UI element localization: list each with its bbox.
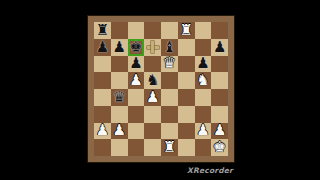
square-b6[interactable] xyxy=(111,56,128,73)
square-h5[interactable] xyxy=(211,72,228,89)
square-a6[interactable] xyxy=(94,56,111,73)
square-a2[interactable]: ♟ xyxy=(94,123,111,140)
screen-background: ♜♜♟♟♚♝♟♟♛♟♟♞♞♛♟♟♟♟♟♜♚ XRecorder xyxy=(0,0,320,180)
square-g1[interactable] xyxy=(195,139,212,156)
square-g4[interactable] xyxy=(195,89,212,106)
chess-board-frame: ♜♜♟♟♚♝♟♟♛♟♟♞♞♛♟♟♟♟♟♜♚ xyxy=(88,16,234,162)
piece-white-rook[interactable]: ♜ xyxy=(179,22,192,37)
square-g2[interactable]: ♟ xyxy=(195,123,212,140)
piece-white-rook[interactable]: ♜ xyxy=(163,140,176,155)
square-d4[interactable]: ♟ xyxy=(144,89,161,106)
square-f1[interactable] xyxy=(178,139,195,156)
square-e1[interactable]: ♜ xyxy=(161,139,178,156)
square-h6[interactable] xyxy=(211,56,228,73)
piece-white-king[interactable]: ♚ xyxy=(213,140,226,155)
square-h7[interactable]: ♟ xyxy=(211,39,228,56)
square-d3[interactable] xyxy=(144,106,161,123)
piece-white-pawn[interactable]: ♟ xyxy=(96,123,109,138)
square-f6[interactable] xyxy=(178,56,195,73)
square-g8[interactable] xyxy=(195,22,212,39)
piece-white-knight[interactable]: ♞ xyxy=(196,73,209,88)
square-e5[interactable] xyxy=(161,72,178,89)
piece-black-pawn[interactable]: ♟ xyxy=(196,56,209,71)
square-g5[interactable]: ♞ xyxy=(195,72,212,89)
square-a7[interactable]: ♟ xyxy=(94,39,111,56)
square-a1[interactable] xyxy=(94,139,111,156)
piece-black-pawn[interactable]: ♟ xyxy=(129,56,142,71)
square-b1[interactable] xyxy=(111,139,128,156)
square-f7[interactable] xyxy=(178,39,195,56)
square-b7[interactable]: ♟ xyxy=(111,39,128,56)
square-e4[interactable] xyxy=(161,89,178,106)
piece-white-pawn[interactable]: ♟ xyxy=(146,89,159,104)
square-h1[interactable]: ♚ xyxy=(211,139,228,156)
piece-black-pawn[interactable]: ♟ xyxy=(112,39,125,54)
piece-black-bishop[interactable]: ♝ xyxy=(163,39,176,54)
square-b2[interactable]: ♟ xyxy=(111,123,128,140)
square-f8[interactable]: ♜ xyxy=(178,22,195,39)
square-c1[interactable] xyxy=(128,139,145,156)
piece-white-pawn[interactable]: ♟ xyxy=(129,73,142,88)
square-d1[interactable] xyxy=(144,139,161,156)
square-h4[interactable] xyxy=(211,89,228,106)
xrecorder-watermark: XRecorder xyxy=(187,166,233,175)
piece-white-pawn[interactable]: ♟ xyxy=(213,123,226,138)
piece-black-queen[interactable]: ♛ xyxy=(112,89,125,104)
piece-black-pawn[interactable]: ♟ xyxy=(213,39,226,54)
piece-white-queen[interactable]: ♛ xyxy=(163,56,176,71)
square-c5[interactable]: ♟ xyxy=(128,72,145,89)
square-f3[interactable] xyxy=(178,106,195,123)
square-e3[interactable] xyxy=(161,106,178,123)
piece-black-knight[interactable]: ♞ xyxy=(146,73,159,88)
square-f4[interactable] xyxy=(178,89,195,106)
square-c4[interactable] xyxy=(128,89,145,106)
square-b4[interactable]: ♛ xyxy=(111,89,128,106)
piece-black-rook[interactable]: ♜ xyxy=(96,22,109,37)
square-f2[interactable] xyxy=(178,123,195,140)
square-d2[interactable] xyxy=(144,123,161,140)
piece-white-pawn[interactable]: ♟ xyxy=(196,123,209,138)
piece-black-pawn[interactable]: ♟ xyxy=(96,39,109,54)
square-d8[interactable] xyxy=(144,22,161,39)
piece-white-pawn[interactable]: ♟ xyxy=(112,123,125,138)
square-d7[interactable] xyxy=(144,39,161,56)
square-f5[interactable] xyxy=(178,72,195,89)
cross-marker-icon xyxy=(147,41,159,53)
square-a4[interactable] xyxy=(94,89,111,106)
square-c3[interactable] xyxy=(128,106,145,123)
chess-board[interactable]: ♜♜♟♟♚♝♟♟♛♟♟♞♞♛♟♟♟♟♟♜♚ xyxy=(94,22,228,156)
square-a5[interactable] xyxy=(94,72,111,89)
square-c2[interactable] xyxy=(128,123,145,140)
square-e6[interactable]: ♛ xyxy=(161,56,178,73)
piece-black-king[interactable]: ♚ xyxy=(129,39,142,54)
